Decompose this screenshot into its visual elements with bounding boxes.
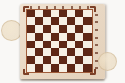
frame-mark-top xyxy=(79,6,81,9)
corner-bracket-bottom-right xyxy=(90,69,96,75)
square-d6[interactable] xyxy=(51,25,59,33)
square-e8[interactable] xyxy=(59,10,67,18)
square-f7[interactable] xyxy=(67,17,75,25)
square-c6[interactable] xyxy=(43,25,51,33)
square-e6[interactable] xyxy=(59,25,67,33)
square-b7[interactable] xyxy=(35,17,43,25)
frame-mark-top xyxy=(30,6,32,9)
square-f2[interactable] xyxy=(67,56,75,64)
square-f3[interactable] xyxy=(67,48,75,56)
square-c4[interactable] xyxy=(43,41,51,49)
square-g7[interactable] xyxy=(75,17,83,25)
square-e7[interactable] xyxy=(59,17,67,25)
frame-mark-top xyxy=(62,6,64,9)
square-c1[interactable] xyxy=(43,64,51,72)
square-e3[interactable] xyxy=(59,48,67,56)
square-h3[interactable] xyxy=(83,48,91,56)
square-a3[interactable] xyxy=(27,48,35,56)
square-d7[interactable] xyxy=(51,17,59,25)
square-c8[interactable] xyxy=(43,10,51,18)
corner-bracket-top-right xyxy=(90,6,96,12)
frame-mark-right xyxy=(95,29,98,31)
square-a4[interactable] xyxy=(27,41,35,49)
board-shadow xyxy=(21,79,105,81)
frame-mark-right xyxy=(95,14,98,16)
square-d3[interactable] xyxy=(51,48,59,56)
frame-mark-right xyxy=(95,60,98,62)
square-c3[interactable] xyxy=(43,48,51,56)
square-b8[interactable] xyxy=(35,10,43,18)
square-h4[interactable] xyxy=(83,41,91,49)
square-e4[interactable] xyxy=(59,41,67,49)
square-d4[interactable] xyxy=(51,41,59,49)
square-h5[interactable] xyxy=(83,33,91,41)
corner-bracket-bottom-left xyxy=(23,69,29,75)
square-e1[interactable] xyxy=(59,64,67,72)
frame-mark-top xyxy=(71,6,73,9)
square-h7[interactable] xyxy=(83,17,91,25)
square-c5[interactable] xyxy=(43,33,51,41)
frame-mark-top xyxy=(87,6,89,9)
square-d2[interactable] xyxy=(51,56,59,64)
square-d1[interactable] xyxy=(51,64,59,72)
square-g2[interactable] xyxy=(75,56,83,64)
square-g8[interactable] xyxy=(75,10,83,18)
square-a5[interactable] xyxy=(27,33,35,41)
square-f1[interactable] xyxy=(67,64,75,72)
square-g3[interactable] xyxy=(75,48,83,56)
square-g1[interactable] xyxy=(75,64,83,72)
square-c7[interactable] xyxy=(43,17,51,25)
square-f5[interactable] xyxy=(67,33,75,41)
square-d8[interactable] xyxy=(51,10,59,18)
square-b2[interactable] xyxy=(35,56,43,64)
square-f8[interactable] xyxy=(67,10,75,18)
photo-background xyxy=(0,0,125,83)
square-g6[interactable] xyxy=(75,25,83,33)
inlay-circle-left xyxy=(1,20,22,41)
square-d5[interactable] xyxy=(51,33,59,41)
square-a6[interactable] xyxy=(27,25,35,33)
frame-mark-right xyxy=(95,37,98,39)
frame-mark-top xyxy=(54,6,56,9)
square-e5[interactable] xyxy=(59,33,67,41)
square-h2[interactable] xyxy=(83,56,91,64)
frame-mark-top xyxy=(46,6,48,9)
square-e2[interactable] xyxy=(59,56,67,64)
square-f6[interactable] xyxy=(67,25,75,33)
square-g4[interactable] xyxy=(75,41,83,49)
board-grid xyxy=(26,9,93,73)
corner-bracket-top-left xyxy=(23,6,29,12)
square-b1[interactable] xyxy=(35,64,43,72)
frame-mark-right xyxy=(95,44,98,46)
square-b6[interactable] xyxy=(35,25,43,33)
square-b4[interactable] xyxy=(35,41,43,49)
frame-mark-top xyxy=(38,6,40,9)
square-a2[interactable] xyxy=(27,56,35,64)
frame-mark-right xyxy=(95,21,98,23)
square-f4[interactable] xyxy=(67,41,75,49)
square-c2[interactable] xyxy=(43,56,51,64)
square-g5[interactable] xyxy=(75,33,83,41)
frame-mark-right xyxy=(95,52,98,54)
square-b5[interactable] xyxy=(35,33,43,41)
square-b3[interactable] xyxy=(35,48,43,56)
square-a7[interactable] xyxy=(27,17,35,25)
square-h6[interactable] xyxy=(83,25,91,33)
frame-mark-right xyxy=(95,67,98,69)
inlay-circle-bottom-right xyxy=(98,52,117,71)
